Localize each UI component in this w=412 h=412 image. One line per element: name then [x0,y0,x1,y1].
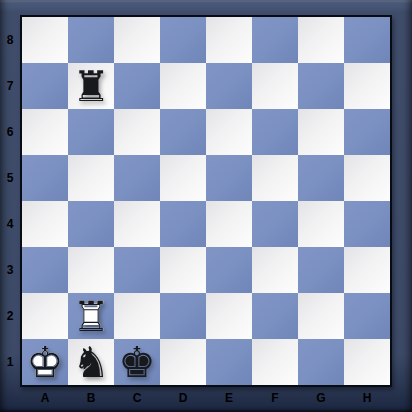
square-b6[interactable] [68,109,114,155]
square-e7[interactable] [206,63,252,109]
square-d8[interactable] [160,17,206,63]
square-e2[interactable] [206,293,252,339]
square-h8[interactable] [344,17,390,63]
rank-label-4: 4 [0,201,20,247]
square-f1[interactable] [252,339,298,385]
square-f7[interactable] [252,63,298,109]
square-h7[interactable] [344,63,390,109]
square-h3[interactable] [344,247,390,293]
square-e3[interactable] [206,247,252,293]
square-a7[interactable] [22,63,68,109]
black-king[interactable]: ♚ [114,339,160,385]
square-f3[interactable] [252,247,298,293]
file-label-h: H [344,389,390,406]
square-a4[interactable] [22,201,68,247]
square-c7[interactable] [114,63,160,109]
square-f4[interactable] [252,201,298,247]
square-g3[interactable] [298,247,344,293]
square-d4[interactable] [160,201,206,247]
square-e6[interactable] [206,109,252,155]
square-f8[interactable] [252,17,298,63]
file-label-g: G [298,389,344,406]
white-rook[interactable]: ♜♖ [68,293,114,339]
square-b8[interactable] [68,17,114,63]
file-label-a: A [22,389,68,406]
square-h1[interactable] [344,339,390,385]
square-e8[interactable] [206,17,252,63]
square-g1[interactable] [298,339,344,385]
rank-label-6: 6 [0,109,20,155]
square-c8[interactable] [114,17,160,63]
square-b7[interactable]: ♜ [68,63,114,109]
square-h5[interactable] [344,155,390,201]
file-label-d: D [160,389,206,406]
square-b3[interactable] [68,247,114,293]
square-e1[interactable] [206,339,252,385]
square-d6[interactable] [160,109,206,155]
square-b1[interactable]: ♞ [68,339,114,385]
square-a1[interactable]: ♚♔ [22,339,68,385]
square-d3[interactable] [160,247,206,293]
file-label-f: F [252,389,298,406]
black-knight[interactable]: ♞ [68,339,114,385]
square-f5[interactable] [252,155,298,201]
square-h6[interactable] [344,109,390,155]
square-a5[interactable] [22,155,68,201]
square-g7[interactable] [298,63,344,109]
white-king[interactable]: ♚♔ [22,339,68,385]
rank-label-5: 5 [0,155,20,201]
square-d2[interactable] [160,293,206,339]
rank-label-1: 1 [0,339,20,385]
square-f2[interactable] [252,293,298,339]
rank-label-3: 3 [0,247,20,293]
square-b2[interactable]: ♜♖ [68,293,114,339]
square-g2[interactable] [298,293,344,339]
black-rook[interactable]: ♜ [68,63,114,109]
square-c3[interactable] [114,247,160,293]
square-b5[interactable] [68,155,114,201]
file-label-c: C [114,389,160,406]
square-c2[interactable] [114,293,160,339]
chess-board: ♜♜♖♚♔♞♚ [20,15,392,387]
square-c1[interactable]: ♚ [114,339,160,385]
square-g5[interactable] [298,155,344,201]
square-c6[interactable] [114,109,160,155]
chess-board-frame: 87654321 ♜♜♖♚♔♞♚ ABCDEFGH [0,0,412,412]
square-f6[interactable] [252,109,298,155]
square-g6[interactable] [298,109,344,155]
square-e5[interactable] [206,155,252,201]
square-c4[interactable] [114,201,160,247]
rank-label-7: 7 [0,63,20,109]
square-a3[interactable] [22,247,68,293]
square-d1[interactable] [160,339,206,385]
square-a2[interactable] [22,293,68,339]
square-e4[interactable] [206,201,252,247]
square-g8[interactable] [298,17,344,63]
square-d5[interactable] [160,155,206,201]
square-c5[interactable] [114,155,160,201]
square-a6[interactable] [22,109,68,155]
square-h2[interactable] [344,293,390,339]
rank-labels: 87654321 [0,17,20,385]
rank-label-2: 2 [0,293,20,339]
square-g4[interactable] [298,201,344,247]
file-label-e: E [206,389,252,406]
square-d7[interactable] [160,63,206,109]
square-b4[interactable] [68,201,114,247]
square-h4[interactable] [344,201,390,247]
square-a8[interactable] [22,17,68,63]
file-labels: ABCDEFGH [22,389,390,406]
file-label-b: B [68,389,114,406]
rank-label-8: 8 [0,17,20,63]
